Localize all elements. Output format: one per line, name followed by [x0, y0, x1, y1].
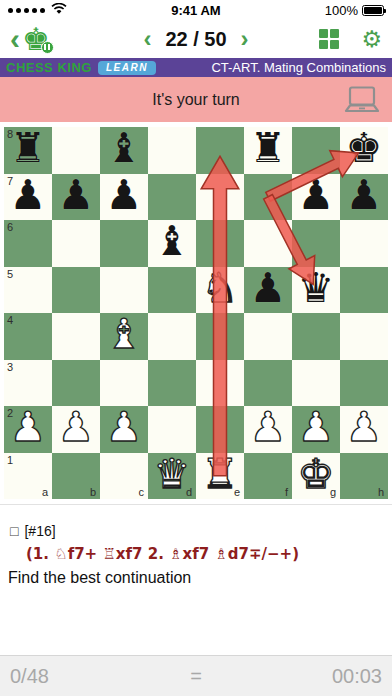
piece-white-king[interactable]: ♚ — [298, 454, 335, 495]
square-e1[interactable]: e♜ — [196, 453, 244, 500]
square-f1[interactable]: f — [244, 453, 292, 500]
piece-white-pawn[interactable]: ♟ — [106, 407, 143, 448]
piece-black-rook[interactable]: ♜ — [250, 128, 287, 169]
square-d5[interactable] — [148, 267, 196, 314]
timer: 00:03 — [332, 665, 382, 688]
piece-white-pawn[interactable]: ♟ — [298, 407, 335, 448]
square-f3[interactable] — [244, 360, 292, 407]
piece-black-pawn[interactable]: ♟ — [298, 175, 335, 216]
piece-black-pawn[interactable]: ♟ — [10, 175, 47, 216]
piece-white-pawn[interactable]: ♟ — [10, 407, 47, 448]
square-g8[interactable] — [292, 127, 340, 174]
square-a3[interactable]: 3 — [4, 360, 52, 407]
chess-king-wordmark: CHESS KING — [6, 60, 92, 75]
square-e8[interactable] — [196, 127, 244, 174]
course-title: CT-ART. Mating Combinations — [211, 60, 386, 75]
learn-badge: LEARN — [98, 61, 156, 75]
piece-black-pawn[interactable]: ♟ — [106, 175, 143, 216]
square-c5[interactable] — [100, 267, 148, 314]
chess-king-logo-icon[interactable]: ♚ — [22, 24, 50, 55]
square-e4[interactable] — [196, 313, 244, 360]
square-b6[interactable] — [52, 220, 100, 267]
square-h5[interactable] — [340, 267, 388, 314]
square-g7[interactable]: ♟ — [292, 174, 340, 221]
square-g2[interactable]: ♟ — [292, 406, 340, 453]
square-b3[interactable] — [52, 360, 100, 407]
status-bar: 9:41 AM 100% — [0, 0, 392, 20]
puzzle-info: □[#16] (1. ♘f7+ ♖xf7 2. ♗xf7 ♗d7∓/−+) Fi… — [0, 504, 392, 655]
chess-board: 8♜♝♜♚7♟♟♟♟♟6♝5♞♟♛4♝32♟♟♟♟♟♟1abcd♛e♜fg♚h — [4, 127, 388, 499]
piece-white-pawn[interactable]: ♟ — [58, 407, 95, 448]
rank-label: 4 — [7, 314, 13, 326]
square-g4[interactable] — [292, 313, 340, 360]
piece-black-rook[interactable]: ♜ — [10, 128, 47, 169]
rank-label: 6 — [7, 221, 13, 233]
file-label: f — [285, 486, 288, 498]
battery-icon — [362, 5, 384, 16]
square-c1[interactable]: c — [100, 453, 148, 500]
piece-white-pawn[interactable]: ♟ — [250, 407, 287, 448]
piece-black-bishop[interactable]: ♝ — [154, 221, 191, 262]
solution-line: (1. ♘f7+ ♖xf7 2. ♗xf7 ♗d7∓/−+) — [26, 545, 384, 563]
checkbox-icon[interactable]: □ — [10, 523, 18, 539]
brand-bar: CHESS KING LEARN CT-ART. Mating Combinat… — [0, 58, 392, 77]
square-g5[interactable]: ♛ — [292, 267, 340, 314]
puzzle-id: [#16] — [24, 523, 55, 539]
square-a4[interactable]: 4 — [4, 313, 52, 360]
turn-banner: It's your turn — [0, 77, 392, 122]
previous-puzzle-button[interactable]: ‹ — [143, 27, 151, 51]
piece-white-rook[interactable]: ♜ — [202, 454, 239, 495]
file-label: a — [42, 486, 48, 498]
score-counter: 0/48 — [10, 665, 49, 688]
signal-strength-icon — [8, 8, 45, 13]
turn-banner-text: It's your turn — [152, 91, 240, 109]
square-h7[interactable]: ♟ — [340, 174, 388, 221]
square-e3[interactable] — [196, 360, 244, 407]
square-f5[interactable]: ♟ — [244, 267, 292, 314]
task-prompt: Find the best continuation — [8, 569, 384, 587]
file-label: h — [378, 486, 384, 498]
square-f7[interactable] — [244, 174, 292, 221]
rank-label: 3 — [7, 361, 13, 373]
square-g1[interactable]: g♚ — [292, 453, 340, 500]
square-c6[interactable] — [100, 220, 148, 267]
square-h8[interactable]: ♚ — [340, 127, 388, 174]
square-f8[interactable]: ♜ — [244, 127, 292, 174]
square-b2[interactable]: ♟ — [52, 406, 100, 453]
file-label: b — [90, 486, 96, 498]
square-g3[interactable] — [292, 360, 340, 407]
battery-percent: 100% — [325, 3, 358, 18]
square-c7[interactable]: ♟ — [100, 174, 148, 221]
square-b5[interactable] — [52, 267, 100, 314]
piece-black-bishop[interactable]: ♝ — [106, 128, 143, 169]
square-a6[interactable]: 6 — [4, 220, 52, 267]
square-c2[interactable]: ♟ — [100, 406, 148, 453]
board-section: 8♜♝♜♚7♟♟♟♟♟6♝5♞♟♛4♝32♟♟♟♟♟♟1abcd♛e♜fg♚h — [0, 122, 392, 504]
square-c8[interactable]: ♝ — [100, 127, 148, 174]
square-d6[interactable]: ♝ — [148, 220, 196, 267]
square-h6[interactable] — [340, 220, 388, 267]
piece-white-bishop[interactable]: ♝ — [106, 314, 143, 355]
piece-white-pawn[interactable]: ♟ — [346, 407, 383, 448]
square-g6[interactable] — [292, 220, 340, 267]
square-b7[interactable]: ♟ — [52, 174, 100, 221]
settings-gear-button[interactable]: ⚙ — [361, 28, 382, 51]
piece-black-king[interactable]: ♚ — [346, 128, 383, 169]
puzzle-counter: 22 / 50 — [165, 28, 226, 51]
square-d8[interactable] — [148, 127, 196, 174]
square-e7[interactable] — [196, 174, 244, 221]
square-h4[interactable] — [340, 313, 388, 360]
square-a1[interactable]: 1a — [4, 453, 52, 500]
square-d1[interactable]: d♛ — [148, 453, 196, 500]
square-a7[interactable]: 7♟ — [4, 174, 52, 221]
square-a8[interactable]: 8♜ — [4, 127, 52, 174]
file-label: c — [139, 486, 145, 498]
wifi-icon — [51, 3, 67, 18]
bottom-bar: 0/48 = 00:03 — [0, 655, 392, 696]
square-h1[interactable]: h — [340, 453, 388, 500]
logo-badge — [41, 41, 54, 54]
rank-label: 1 — [7, 454, 13, 466]
square-d4[interactable] — [148, 313, 196, 360]
square-f4[interactable] — [244, 313, 292, 360]
piece-black-pawn[interactable]: ♟ — [58, 175, 95, 216]
square-h3[interactable] — [340, 360, 388, 407]
square-h2[interactable]: ♟ — [340, 406, 388, 453]
square-a5[interactable]: 5 — [4, 267, 52, 314]
piece-white-knight[interactable]: ♞ — [202, 268, 239, 309]
square-b1[interactable]: b — [52, 453, 100, 500]
piece-black-pawn[interactable]: ♟ — [250, 268, 287, 309]
back-button[interactable]: ‹ — [10, 24, 20, 54]
puzzle-list-button[interactable] — [319, 29, 339, 49]
piece-black-pawn[interactable]: ♟ — [346, 175, 383, 216]
square-f6[interactable] — [244, 220, 292, 267]
rank-label: 5 — [7, 268, 13, 280]
piece-black-queen[interactable]: ♛ — [298, 268, 335, 309]
next-puzzle-button[interactable]: › — [241, 27, 249, 51]
square-c3[interactable] — [100, 360, 148, 407]
square-b4[interactable] — [52, 313, 100, 360]
square-a2[interactable]: 2♟ — [4, 406, 52, 453]
square-e5[interactable]: ♞ — [196, 267, 244, 314]
app-screen: 9:41 AM 100% ‹ ♚ ‹ 22 / 50 › ⚙ CHESS KIN… — [0, 0, 392, 696]
square-e6[interactable] — [196, 220, 244, 267]
computer-move-icon — [344, 86, 380, 118]
square-d2[interactable] — [148, 406, 196, 453]
nav-bar: ‹ ♚ ‹ 22 / 50 › ⚙ — [0, 20, 392, 58]
square-f2[interactable]: ♟ — [244, 406, 292, 453]
square-d3[interactable] — [148, 360, 196, 407]
square-d7[interactable] — [148, 174, 196, 221]
square-e2[interactable] — [196, 406, 244, 453]
square-b8[interactable] — [52, 127, 100, 174]
square-c4[interactable]: ♝ — [100, 313, 148, 360]
piece-white-queen[interactable]: ♛ — [154, 454, 191, 495]
